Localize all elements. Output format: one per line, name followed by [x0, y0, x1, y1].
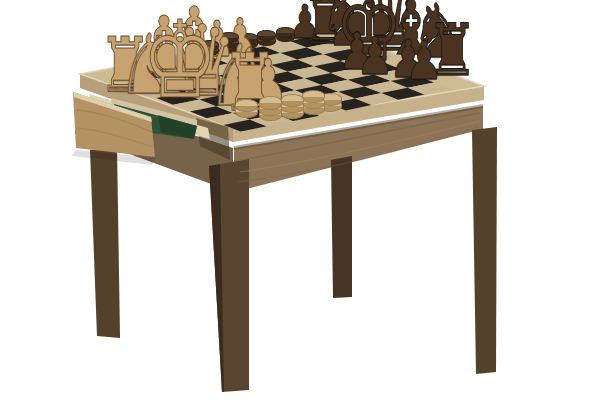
table-leg-rear-right: [331, 156, 352, 298]
table-leg-rear-left: [90, 146, 120, 338]
product-photo-chess-table: ♜♞♝♝♚♛♟♟♟♟♞♜♟♜♞♚♛♝♞♜♟♟♟♟: [0, 0, 600, 400]
table-leg-front-right: [472, 127, 497, 374]
